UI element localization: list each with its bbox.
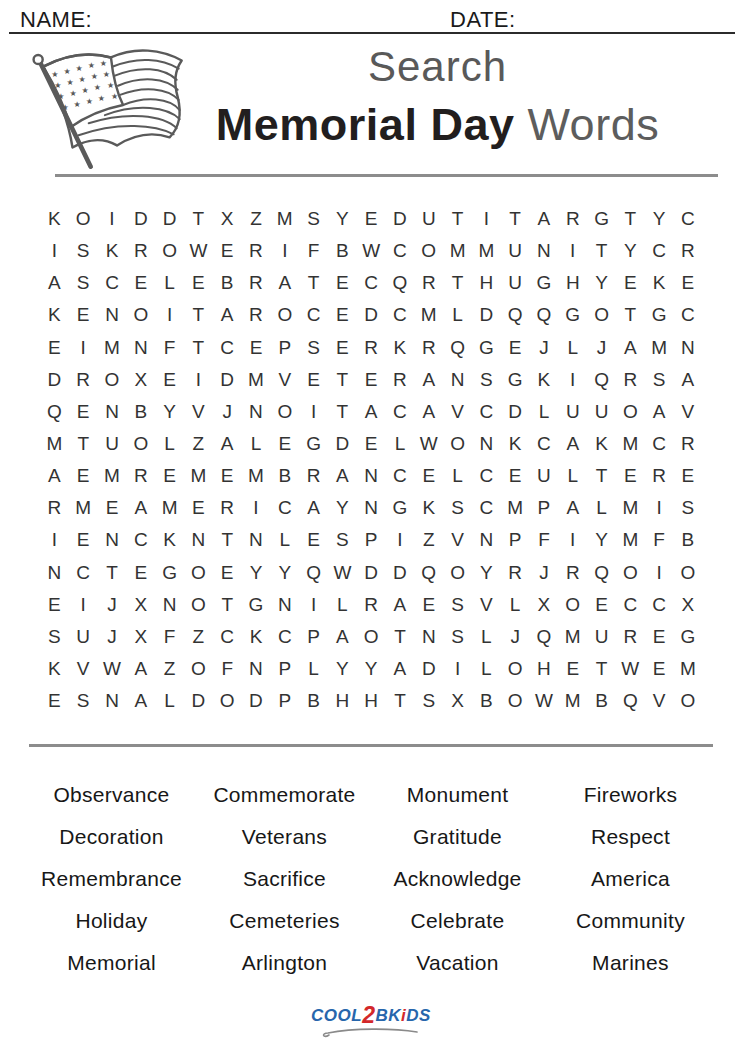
grid-cell-r2c11[interactable]: B xyxy=(328,235,357,267)
grid-cell-r11c11[interactable]: S xyxy=(328,524,357,556)
grid-cell-r3c16[interactable]: H xyxy=(472,267,501,299)
grid-cell-r6c5[interactable]: E xyxy=(155,364,184,396)
grid-cell-r16c11[interactable]: H xyxy=(328,685,357,717)
grid-cell-r3c20[interactable]: Y xyxy=(587,267,616,299)
grid-cell-r12c4[interactable]: E xyxy=(126,557,155,589)
grid-cell-r10c21[interactable]: M xyxy=(616,492,645,524)
grid-cell-r1c16[interactable]: I xyxy=(472,203,501,235)
grid-cell-r5c22[interactable]: M xyxy=(645,332,674,364)
grid-cell-r13c20[interactable]: E xyxy=(587,589,616,621)
grid-cell-r9c23[interactable]: E xyxy=(674,460,703,492)
grid-cell-r4c21[interactable]: T xyxy=(616,299,645,331)
grid-cell-r16c13[interactable]: T xyxy=(386,685,415,717)
grid-cell-r14c3[interactable]: J xyxy=(98,621,127,653)
grid-cell-r10c18[interactable]: P xyxy=(530,492,559,524)
grid-cell-r10c15[interactable]: S xyxy=(443,492,472,524)
grid-cell-r5c12[interactable]: R xyxy=(357,332,386,364)
grid-cell-r14c16[interactable]: L xyxy=(472,621,501,653)
grid-cell-r12c7[interactable]: E xyxy=(213,557,242,589)
grid-cell-r6c18[interactable]: K xyxy=(530,364,559,396)
grid-cell-r14c2[interactable]: U xyxy=(69,621,98,653)
grid-cell-r13c7[interactable]: T xyxy=(213,589,242,621)
grid-cell-r15c18[interactable]: H xyxy=(530,653,559,685)
grid-cell-r1c6[interactable]: T xyxy=(184,203,213,235)
grid-cell-r8c13[interactable]: L xyxy=(386,428,415,460)
grid-cell-r15c19[interactable]: E xyxy=(558,653,587,685)
grid-cell-r14c9[interactable]: C xyxy=(270,621,299,653)
grid-cell-r11c9[interactable]: L xyxy=(270,524,299,556)
grid-cell-r16c14[interactable]: S xyxy=(414,685,443,717)
grid-cell-r3c11[interactable]: E xyxy=(328,267,357,299)
grid-cell-r6c6[interactable]: I xyxy=(184,364,213,396)
grid-cell-r3c15[interactable]: T xyxy=(443,267,472,299)
grid-cell-r9c13[interactable]: C xyxy=(386,460,415,492)
grid-cell-r6c10[interactable]: E xyxy=(299,364,328,396)
grid-cell-r13c8[interactable]: G xyxy=(242,589,271,621)
grid-cell-r7c12[interactable]: A xyxy=(357,396,386,428)
grid-cell-r9c15[interactable]: L xyxy=(443,460,472,492)
grid-cell-r12c22[interactable]: I xyxy=(645,557,674,589)
grid-cell-r2c4[interactable]: R xyxy=(126,235,155,267)
grid-cell-r6c11[interactable]: T xyxy=(328,364,357,396)
grid-cell-r14c1[interactable]: S xyxy=(40,621,69,653)
grid-cell-r2c22[interactable]: C xyxy=(645,235,674,267)
grid-cell-r10c8[interactable]: I xyxy=(242,492,271,524)
grid-cell-r2c1[interactable]: I xyxy=(40,235,69,267)
grid-cell-r2c2[interactable]: S xyxy=(69,235,98,267)
grid-cell-r14c13[interactable]: T xyxy=(386,621,415,653)
grid-cell-r8c15[interactable]: O xyxy=(443,428,472,460)
grid-cell-r15c17[interactable]: O xyxy=(501,653,530,685)
grid-cell-r13c4[interactable]: X xyxy=(126,589,155,621)
grid-cell-r14c11[interactable]: A xyxy=(328,621,357,653)
grid-cell-r16c4[interactable]: A xyxy=(126,685,155,717)
grid-cell-r14c7[interactable]: C xyxy=(213,621,242,653)
grid-cell-r16c3[interactable]: N xyxy=(98,685,127,717)
grid-cell-r5c5[interactable]: F xyxy=(155,332,184,364)
grid-cell-r9c7[interactable]: E xyxy=(213,460,242,492)
grid-cell-r13c19[interactable]: O xyxy=(558,589,587,621)
grid-cell-r6c15[interactable]: N xyxy=(443,364,472,396)
grid-cell-r8c18[interactable]: C xyxy=(530,428,559,460)
grid-cell-r10c12[interactable]: N xyxy=(357,492,386,524)
grid-cell-r1c8[interactable]: Z xyxy=(242,203,271,235)
grid-cell-r7c15[interactable]: V xyxy=(443,396,472,428)
grid-cell-r8c20[interactable]: K xyxy=(587,428,616,460)
grid-cell-r10c9[interactable]: C xyxy=(270,492,299,524)
grid-cell-r13c10[interactable]: I xyxy=(299,589,328,621)
grid-cell-r8c22[interactable]: C xyxy=(645,428,674,460)
grid-cell-r13c14[interactable]: E xyxy=(414,589,443,621)
grid-cell-r16c6[interactable]: D xyxy=(184,685,213,717)
grid-cell-r16c15[interactable]: X xyxy=(443,685,472,717)
grid-cell-r11c6[interactable]: N xyxy=(184,524,213,556)
grid-cell-r5c16[interactable]: G xyxy=(472,332,501,364)
grid-cell-r14c14[interactable]: N xyxy=(414,621,443,653)
grid-cell-r12c19[interactable]: R xyxy=(558,557,587,589)
grid-cell-r14c4[interactable]: X xyxy=(126,621,155,653)
grid-cell-r3c14[interactable]: R xyxy=(414,267,443,299)
grid-cell-r11c23[interactable]: B xyxy=(674,524,703,556)
grid-cell-r11c14[interactable]: Z xyxy=(414,524,443,556)
grid-cell-r5c13[interactable]: K xyxy=(386,332,415,364)
grid-cell-r15c3[interactable]: W xyxy=(98,653,127,685)
grid-cell-r9c19[interactable]: L xyxy=(558,460,587,492)
grid-cell-r2c7[interactable]: E xyxy=(213,235,242,267)
grid-cell-r5c17[interactable]: E xyxy=(501,332,530,364)
grid-cell-r7c11[interactable]: T xyxy=(328,396,357,428)
grid-cell-r1c19[interactable]: R xyxy=(558,203,587,235)
grid-cell-r1c13[interactable]: D xyxy=(386,203,415,235)
grid-cell-r9c3[interactable]: M xyxy=(98,460,127,492)
grid-cell-r8c4[interactable]: O xyxy=(126,428,155,460)
grid-cell-r3c10[interactable]: T xyxy=(299,267,328,299)
grid-cell-r4c18[interactable]: Q xyxy=(530,299,559,331)
grid-cell-r5c14[interactable]: R xyxy=(414,332,443,364)
grid-cell-r2c12[interactable]: W xyxy=(357,235,386,267)
grid-cell-r7c19[interactable]: U xyxy=(558,396,587,428)
grid-cell-r14c6[interactable]: Z xyxy=(184,621,213,653)
grid-cell-r10c17[interactable]: M xyxy=(501,492,530,524)
grid-cell-r5c18[interactable]: J xyxy=(530,332,559,364)
grid-cell-r12c5[interactable]: G xyxy=(155,557,184,589)
grid-cell-r15c11[interactable]: Y xyxy=(328,653,357,685)
grid-cell-r9c14[interactable]: E xyxy=(414,460,443,492)
grid-cell-r12c18[interactable]: J xyxy=(530,557,559,589)
grid-cell-r15c9[interactable]: P xyxy=(270,653,299,685)
grid-cell-r2c8[interactable]: R xyxy=(242,235,271,267)
grid-cell-r12c21[interactable]: O xyxy=(616,557,645,589)
grid-cell-r3c13[interactable]: Q xyxy=(386,267,415,299)
grid-cell-r2c20[interactable]: T xyxy=(587,235,616,267)
grid-cell-r13c17[interactable]: L xyxy=(501,589,530,621)
grid-cell-r13c11[interactable]: L xyxy=(328,589,357,621)
grid-cell-r11c18[interactable]: F xyxy=(530,524,559,556)
grid-cell-r4c9[interactable]: O xyxy=(270,299,299,331)
grid-cell-r7c3[interactable]: N xyxy=(98,396,127,428)
grid-cell-r16c16[interactable]: B xyxy=(472,685,501,717)
grid-cell-r5c10[interactable]: S xyxy=(299,332,328,364)
grid-cell-r9c4[interactable]: R xyxy=(126,460,155,492)
grid-cell-r6c4[interactable]: X xyxy=(126,364,155,396)
grid-cell-r3c18[interactable]: G xyxy=(530,267,559,299)
grid-cell-r3c23[interactable]: E xyxy=(674,267,703,299)
grid-cell-r5c21[interactable]: A xyxy=(616,332,645,364)
grid-cell-r15c6[interactable]: O xyxy=(184,653,213,685)
grid-cell-r3c12[interactable]: C xyxy=(357,267,386,299)
grid-cell-r8c8[interactable]: L xyxy=(242,428,271,460)
grid-cell-r14c15[interactable]: S xyxy=(443,621,472,653)
grid-cell-r9c5[interactable]: E xyxy=(155,460,184,492)
grid-cell-r14c8[interactable]: K xyxy=(242,621,271,653)
grid-cell-r13c13[interactable]: A xyxy=(386,589,415,621)
grid-cell-r13c1[interactable]: E xyxy=(40,589,69,621)
grid-cell-r5c9[interactable]: P xyxy=(270,332,299,364)
grid-cell-r1c5[interactable]: D xyxy=(155,203,184,235)
grid-cell-r2c3[interactable]: K xyxy=(98,235,127,267)
grid-cell-r3c2[interactable]: S xyxy=(69,267,98,299)
grid-cell-r11c5[interactable]: K xyxy=(155,524,184,556)
grid-cell-r2c10[interactable]: F xyxy=(299,235,328,267)
grid-cell-r7c7[interactable]: J xyxy=(213,396,242,428)
grid-cell-r5c19[interactable]: L xyxy=(558,332,587,364)
grid-cell-r3c7[interactable]: B xyxy=(213,267,242,299)
grid-cell-r9c16[interactable]: C xyxy=(472,460,501,492)
grid-cell-r6c8[interactable]: M xyxy=(242,364,271,396)
grid-cell-r12c23[interactable]: O xyxy=(674,557,703,589)
grid-cell-r4c17[interactable]: Q xyxy=(501,299,530,331)
grid-cell-r1c11[interactable]: Y xyxy=(328,203,357,235)
grid-cell-r9c11[interactable]: A xyxy=(328,460,357,492)
grid-cell-r2c16[interactable]: M xyxy=(472,235,501,267)
grid-cell-r10c10[interactable]: A xyxy=(299,492,328,524)
grid-cell-r1c3[interactable]: I xyxy=(98,203,127,235)
grid-cell-r2c18[interactable]: N xyxy=(530,235,559,267)
grid-cell-r7c14[interactable]: A xyxy=(414,396,443,428)
grid-cell-r2c21[interactable]: Y xyxy=(616,235,645,267)
grid-cell-r5c23[interactable]: N xyxy=(674,332,703,364)
grid-cell-r6c20[interactable]: Q xyxy=(587,364,616,396)
grid-cell-r9c10[interactable]: R xyxy=(299,460,328,492)
grid-cell-r11c7[interactable]: T xyxy=(213,524,242,556)
grid-cell-r4c20[interactable]: O xyxy=(587,299,616,331)
grid-cell-r1c1[interactable]: K xyxy=(40,203,69,235)
grid-cell-r10c19[interactable]: A xyxy=(558,492,587,524)
grid-cell-r13c16[interactable]: V xyxy=(472,589,501,621)
grid-cell-r5c11[interactable]: E xyxy=(328,332,357,364)
grid-cell-r16c22[interactable]: V xyxy=(645,685,674,717)
grid-cell-r8c5[interactable]: L xyxy=(155,428,184,460)
grid-cell-r16c17[interactable]: O xyxy=(501,685,530,717)
grid-cell-r4c23[interactable]: C xyxy=(674,299,703,331)
grid-cell-r10c6[interactable]: E xyxy=(184,492,213,524)
grid-cell-r2c15[interactable]: M xyxy=(443,235,472,267)
grid-cell-r9c2[interactable]: E xyxy=(69,460,98,492)
grid-cell-r3c8[interactable]: R xyxy=(242,267,271,299)
grid-cell-r10c4[interactable]: A xyxy=(126,492,155,524)
grid-cell-r2c9[interactable]: I xyxy=(270,235,299,267)
grid-cell-r4c16[interactable]: D xyxy=(472,299,501,331)
grid-cell-r6c13[interactable]: R xyxy=(386,364,415,396)
grid-cell-r8c11[interactable]: D xyxy=(328,428,357,460)
grid-cell-r11c13[interactable]: I xyxy=(386,524,415,556)
grid-cell-r14c10[interactable]: P xyxy=(299,621,328,653)
grid-cell-r6c3[interactable]: O xyxy=(98,364,127,396)
grid-cell-r15c22[interactable]: E xyxy=(645,653,674,685)
grid-cell-r8c16[interactable]: N xyxy=(472,428,501,460)
grid-cell-r10c23[interactable]: S xyxy=(674,492,703,524)
grid-cell-r4c8[interactable]: R xyxy=(242,299,271,331)
grid-cell-r4c14[interactable]: M xyxy=(414,299,443,331)
grid-cell-r1c22[interactable]: Y xyxy=(645,203,674,235)
grid-cell-r15c8[interactable]: N xyxy=(242,653,271,685)
grid-cell-r8c10[interactable]: G xyxy=(299,428,328,460)
grid-cell-r1c15[interactable]: T xyxy=(443,203,472,235)
grid-cell-r7c2[interactable]: E xyxy=(69,396,98,428)
grid-cell-r4c1[interactable]: K xyxy=(40,299,69,331)
grid-cell-r4c5[interactable]: I xyxy=(155,299,184,331)
grid-cell-r4c15[interactable]: L xyxy=(443,299,472,331)
grid-cell-r6c23[interactable]: A xyxy=(674,364,703,396)
grid-cell-r3c6[interactable]: E xyxy=(184,267,213,299)
grid-cell-r7c9[interactable]: O xyxy=(270,396,299,428)
grid-cell-r1c17[interactable]: T xyxy=(501,203,530,235)
grid-cell-r10c14[interactable]: K xyxy=(414,492,443,524)
grid-cell-r9c6[interactable]: M xyxy=(184,460,213,492)
grid-cell-r7c23[interactable]: V xyxy=(674,396,703,428)
grid-cell-r1c12[interactable]: E xyxy=(357,203,386,235)
grid-cell-r7c13[interactable]: C xyxy=(386,396,415,428)
grid-cell-r9c22[interactable]: R xyxy=(645,460,674,492)
grid-cell-r16c8[interactable]: D xyxy=(242,685,271,717)
grid-cell-r7c22[interactable]: A xyxy=(645,396,674,428)
grid-cell-r9c9[interactable]: B xyxy=(270,460,299,492)
grid-cell-r12c8[interactable]: Y xyxy=(242,557,271,589)
grid-cell-r5c4[interactable]: N xyxy=(126,332,155,364)
grid-cell-r12c1[interactable]: N xyxy=(40,557,69,589)
grid-cell-r4c13[interactable]: C xyxy=(386,299,415,331)
grid-cell-r13c2[interactable]: I xyxy=(69,589,98,621)
grid-cell-r1c14[interactable]: U xyxy=(414,203,443,235)
grid-cell-r16c18[interactable]: W xyxy=(530,685,559,717)
grid-cell-r15c10[interactable]: L xyxy=(299,653,328,685)
grid-cell-r12c10[interactable]: Q xyxy=(299,557,328,589)
grid-cell-r16c23[interactable]: O xyxy=(674,685,703,717)
grid-cell-r8c7[interactable]: A xyxy=(213,428,242,460)
grid-cell-r15c20[interactable]: T xyxy=(587,653,616,685)
grid-cell-r10c1[interactable]: R xyxy=(40,492,69,524)
grid-cell-r7c6[interactable]: V xyxy=(184,396,213,428)
grid-cell-r8c6[interactable]: Z xyxy=(184,428,213,460)
grid-cell-r11c2[interactable]: E xyxy=(69,524,98,556)
grid-cell-r9c1[interactable]: A xyxy=(40,460,69,492)
grid-cell-r7c8[interactable]: N xyxy=(242,396,271,428)
grid-cell-r15c7[interactable]: F xyxy=(213,653,242,685)
grid-cell-r12c17[interactable]: R xyxy=(501,557,530,589)
grid-cell-r12c6[interactable]: O xyxy=(184,557,213,589)
grid-cell-r11c22[interactable]: F xyxy=(645,524,674,556)
grid-cell-r11c16[interactable]: N xyxy=(472,524,501,556)
grid-cell-r1c9[interactable]: M xyxy=(270,203,299,235)
grid-cell-r12c20[interactable]: Q xyxy=(587,557,616,589)
grid-cell-r9c8[interactable]: M xyxy=(242,460,271,492)
grid-cell-r4c2[interactable]: E xyxy=(69,299,98,331)
grid-cell-r15c1[interactable]: K xyxy=(40,653,69,685)
grid-cell-r4c4[interactable]: O xyxy=(126,299,155,331)
grid-cell-r4c19[interactable]: G xyxy=(558,299,587,331)
grid-cell-r9c21[interactable]: E xyxy=(616,460,645,492)
grid-cell-r13c23[interactable]: X xyxy=(674,589,703,621)
grid-cell-r1c2[interactable]: O xyxy=(69,203,98,235)
grid-cell-r6c19[interactable]: I xyxy=(558,364,587,396)
grid-cell-r7c16[interactable]: C xyxy=(472,396,501,428)
grid-cell-r15c15[interactable]: I xyxy=(443,653,472,685)
grid-cell-r8c9[interactable]: E xyxy=(270,428,299,460)
grid-cell-r13c9[interactable]: N xyxy=(270,589,299,621)
grid-cell-r11c20[interactable]: Y xyxy=(587,524,616,556)
grid-cell-r7c21[interactable]: O xyxy=(616,396,645,428)
grid-cell-r16c1[interactable]: E xyxy=(40,685,69,717)
grid-cell-r10c11[interactable]: Y xyxy=(328,492,357,524)
grid-cell-r1c21[interactable]: T xyxy=(616,203,645,235)
grid-cell-r10c13[interactable]: G xyxy=(386,492,415,524)
grid-cell-r10c2[interactable]: M xyxy=(69,492,98,524)
grid-cell-r10c22[interactable]: I xyxy=(645,492,674,524)
grid-cell-r15c16[interactable]: L xyxy=(472,653,501,685)
grid-cell-r12c16[interactable]: Y xyxy=(472,557,501,589)
grid-cell-r8c12[interactable]: E xyxy=(357,428,386,460)
grid-cell-r10c5[interactable]: M xyxy=(155,492,184,524)
grid-cell-r2c17[interactable]: U xyxy=(501,235,530,267)
grid-cell-r7c1[interactable]: Q xyxy=(40,396,69,428)
grid-cell-r14c23[interactable]: G xyxy=(674,621,703,653)
grid-cell-r3c22[interactable]: K xyxy=(645,267,674,299)
grid-cell-r7c10[interactable]: I xyxy=(299,396,328,428)
grid-cell-r14c19[interactable]: M xyxy=(558,621,587,653)
grid-cell-r2c6[interactable]: W xyxy=(184,235,213,267)
grid-cell-r9c17[interactable]: E xyxy=(501,460,530,492)
grid-cell-r4c7[interactable]: A xyxy=(213,299,242,331)
grid-cell-r16c9[interactable]: P xyxy=(270,685,299,717)
grid-cell-r5c20[interactable]: J xyxy=(587,332,616,364)
grid-cell-r16c20[interactable]: B xyxy=(587,685,616,717)
grid-cell-r1c4[interactable]: D xyxy=(126,203,155,235)
grid-cell-r14c18[interactable]: Q xyxy=(530,621,559,653)
grid-cell-r11c8[interactable]: N xyxy=(242,524,271,556)
grid-cell-r3c3[interactable]: C xyxy=(98,267,127,299)
grid-cell-r13c3[interactable]: J xyxy=(98,589,127,621)
grid-cell-r5c6[interactable]: T xyxy=(184,332,213,364)
grid-cell-r6c21[interactable]: R xyxy=(616,364,645,396)
grid-cell-r1c20[interactable]: G xyxy=(587,203,616,235)
grid-cell-r2c14[interactable]: O xyxy=(414,235,443,267)
grid-cell-r3c9[interactable]: A xyxy=(270,267,299,299)
grid-cell-r8c14[interactable]: W xyxy=(414,428,443,460)
grid-cell-r15c12[interactable]: Y xyxy=(357,653,386,685)
grid-cell-r1c10[interactable]: S xyxy=(299,203,328,235)
grid-cell-r1c7[interactable]: X xyxy=(213,203,242,235)
grid-cell-r16c7[interactable]: O xyxy=(213,685,242,717)
grid-cell-r11c21[interactable]: M xyxy=(616,524,645,556)
grid-cell-r13c21[interactable]: C xyxy=(616,589,645,621)
grid-cell-r7c5[interactable]: Y xyxy=(155,396,184,428)
grid-cell-r12c11[interactable]: W xyxy=(328,557,357,589)
grid-cell-r14c12[interactable]: O xyxy=(357,621,386,653)
grid-cell-r16c2[interactable]: S xyxy=(69,685,98,717)
grid-cell-r14c5[interactable]: F xyxy=(155,621,184,653)
grid-cell-r11c3[interactable]: N xyxy=(98,524,127,556)
grid-cell-r3c5[interactable]: L xyxy=(155,267,184,299)
grid-cell-r12c13[interactable]: D xyxy=(386,557,415,589)
grid-cell-r7c17[interactable]: D xyxy=(501,396,530,428)
grid-cell-r6c14[interactable]: A xyxy=(414,364,443,396)
grid-cell-r8c23[interactable]: R xyxy=(674,428,703,460)
grid-cell-r16c12[interactable]: H xyxy=(357,685,386,717)
grid-cell-r4c11[interactable]: E xyxy=(328,299,357,331)
grid-cell-r15c23[interactable]: M xyxy=(674,653,703,685)
grid-cell-r5c15[interactable]: Q xyxy=(443,332,472,364)
grid-cell-r9c18[interactable]: U xyxy=(530,460,559,492)
grid-cell-r15c13[interactable]: A xyxy=(386,653,415,685)
grid-cell-r2c5[interactable]: O xyxy=(155,235,184,267)
grid-cell-r8c1[interactable]: M xyxy=(40,428,69,460)
grid-cell-r1c23[interactable]: C xyxy=(674,203,703,235)
grid-cell-r10c3[interactable]: E xyxy=(98,492,127,524)
grid-cell-r9c12[interactable]: N xyxy=(357,460,386,492)
grid-cell-r8c3[interactable]: U xyxy=(98,428,127,460)
grid-cell-r4c3[interactable]: N xyxy=(98,299,127,331)
grid-cell-r5c8[interactable]: E xyxy=(242,332,271,364)
